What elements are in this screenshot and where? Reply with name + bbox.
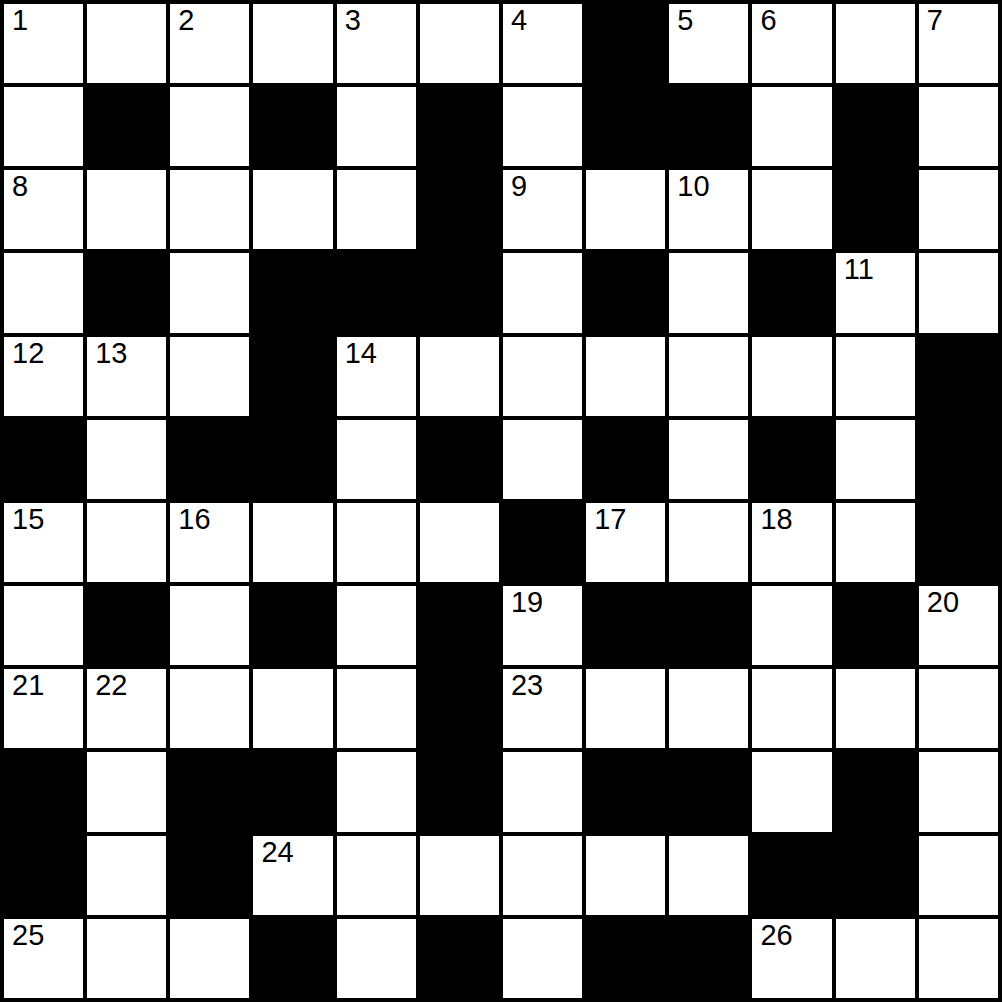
cell-r5-c1[interactable] bbox=[87, 420, 166, 499]
clue-number-26: 26 bbox=[760, 920, 792, 952]
cell-r6-c8[interactable] bbox=[669, 503, 748, 582]
clue-number-6: 6 bbox=[760, 5, 776, 37]
clue-number-14: 14 bbox=[345, 338, 377, 370]
cell-r0-c2[interactable]: 2 bbox=[170, 4, 249, 83]
cell-r7-c4[interactable] bbox=[337, 586, 416, 665]
cell-r8-c9[interactable] bbox=[752, 669, 831, 748]
cell-r4-c9[interactable] bbox=[752, 337, 831, 416]
cell-r3-c11[interactable] bbox=[919, 253, 998, 332]
cell-r9-c0 bbox=[4, 752, 83, 831]
cell-r5-c0 bbox=[4, 420, 83, 499]
cell-r11-c8 bbox=[669, 919, 748, 998]
cell-r6-c0[interactable]: 15 bbox=[4, 503, 83, 582]
cell-r11-c1[interactable] bbox=[87, 919, 166, 998]
cell-r6-c4[interactable] bbox=[337, 503, 416, 582]
cell-r11-c11[interactable] bbox=[919, 919, 998, 998]
cell-r5-c6[interactable] bbox=[503, 420, 582, 499]
cell-r2-c8[interactable]: 10 bbox=[669, 170, 748, 249]
cell-r9-c11[interactable] bbox=[919, 752, 998, 831]
clue-number-21: 21 bbox=[12, 670, 44, 702]
clue-number-10: 10 bbox=[677, 171, 709, 203]
cell-r5-c8[interactable] bbox=[669, 420, 748, 499]
clue-number-4: 4 bbox=[511, 5, 527, 37]
cell-r0-c4[interactable]: 3 bbox=[337, 4, 416, 83]
clue-number-11: 11 bbox=[844, 254, 874, 286]
cell-r7-c8 bbox=[669, 586, 748, 665]
clue-number-17: 17 bbox=[594, 504, 626, 536]
cell-r2-c4[interactable] bbox=[337, 170, 416, 249]
cell-r3-c8[interactable] bbox=[669, 253, 748, 332]
cell-r2-c11[interactable] bbox=[919, 170, 998, 249]
clue-number-1: 1 bbox=[12, 5, 28, 37]
cell-r10-c11[interactable] bbox=[919, 836, 998, 915]
cell-r0-c7 bbox=[586, 4, 665, 83]
cell-r1-c3 bbox=[253, 87, 332, 166]
cell-r0-c1[interactable] bbox=[87, 4, 166, 83]
clue-number-25: 25 bbox=[12, 920, 44, 952]
cell-r6-c9[interactable]: 18 bbox=[752, 503, 831, 582]
cell-r9-c10 bbox=[836, 752, 915, 831]
cell-r8-c6[interactable]: 23 bbox=[503, 669, 582, 748]
cell-r10-c7[interactable] bbox=[586, 836, 665, 915]
cell-r9-c8 bbox=[669, 752, 748, 831]
cell-r1-c6[interactable] bbox=[503, 87, 582, 166]
cell-r11-c9[interactable]: 26 bbox=[752, 919, 831, 998]
cell-r7-c2[interactable] bbox=[170, 586, 249, 665]
cell-r10-c6[interactable] bbox=[503, 836, 582, 915]
cell-r2-c7[interactable] bbox=[586, 170, 665, 249]
clue-number-12: 12 bbox=[12, 338, 44, 370]
cell-r4-c3 bbox=[253, 337, 332, 416]
clue-number-20: 20 bbox=[927, 587, 959, 619]
clue-number-8: 8 bbox=[12, 171, 28, 203]
cell-r7-c0[interactable] bbox=[4, 586, 83, 665]
cell-r1-c9[interactable] bbox=[752, 87, 831, 166]
cell-r5-c3 bbox=[253, 420, 332, 499]
cell-r9-c9[interactable] bbox=[752, 752, 831, 831]
cell-r5-c11 bbox=[919, 420, 998, 499]
cell-r6-c3[interactable] bbox=[253, 503, 332, 582]
cell-r4-c4[interactable]: 14 bbox=[337, 337, 416, 416]
cell-r7-c5 bbox=[420, 586, 499, 665]
cell-r6-c7[interactable]: 17 bbox=[586, 503, 665, 582]
cell-r3-c6[interactable] bbox=[503, 253, 582, 332]
cell-r9-c3 bbox=[253, 752, 332, 831]
cell-r5-c7 bbox=[586, 420, 665, 499]
cell-r3-c0[interactable] bbox=[4, 253, 83, 332]
cell-r8-c4[interactable] bbox=[337, 669, 416, 748]
cell-r7-c7 bbox=[586, 586, 665, 665]
cell-r1-c7 bbox=[586, 87, 665, 166]
cell-r4-c1[interactable]: 13 bbox=[87, 337, 166, 416]
cell-r2-c1[interactable] bbox=[87, 170, 166, 249]
cell-r3-c10[interactable]: 11 bbox=[836, 253, 915, 332]
cell-r10-c1[interactable] bbox=[87, 836, 166, 915]
cell-r4-c11 bbox=[919, 337, 998, 416]
cell-r11-c3 bbox=[253, 919, 332, 998]
cell-r11-c10[interactable] bbox=[836, 919, 915, 998]
cell-r4-c6[interactable] bbox=[503, 337, 582, 416]
cell-r1-c5 bbox=[420, 87, 499, 166]
clue-number-9: 9 bbox=[511, 171, 527, 203]
cell-r8-c0[interactable]: 21 bbox=[4, 669, 83, 748]
cell-r8-c10[interactable] bbox=[836, 669, 915, 748]
cell-r4-c7[interactable] bbox=[586, 337, 665, 416]
cell-r6-c5[interactable] bbox=[420, 503, 499, 582]
cell-r4-c0[interactable]: 12 bbox=[4, 337, 83, 416]
cell-r4-c8[interactable] bbox=[669, 337, 748, 416]
cell-r6-c10[interactable] bbox=[836, 503, 915, 582]
cell-r7-c1 bbox=[87, 586, 166, 665]
cell-r11-c4[interactable] bbox=[337, 919, 416, 998]
cell-r10-c2 bbox=[170, 836, 249, 915]
cell-r1-c1 bbox=[87, 87, 166, 166]
cell-r11-c5 bbox=[420, 919, 499, 998]
cell-r1-c8 bbox=[669, 87, 748, 166]
cell-r0-c5[interactable] bbox=[420, 4, 499, 83]
cell-r6-c11 bbox=[919, 503, 998, 582]
cell-r0-c6[interactable]: 4 bbox=[503, 4, 582, 83]
cell-r9-c6[interactable] bbox=[503, 752, 582, 831]
clue-number-16: 16 bbox=[178, 504, 210, 536]
cell-r1-c2[interactable] bbox=[170, 87, 249, 166]
cell-r3-c5 bbox=[420, 253, 499, 332]
cell-r9-c7 bbox=[586, 752, 665, 831]
cell-r3-c1 bbox=[87, 253, 166, 332]
cell-r5-c10[interactable] bbox=[836, 420, 915, 499]
cell-r5-c5 bbox=[420, 420, 499, 499]
cell-r6-c1[interactable] bbox=[87, 503, 166, 582]
cell-r8-c3[interactable] bbox=[253, 669, 332, 748]
cell-r9-c1[interactable] bbox=[87, 752, 166, 831]
cell-r3-c7 bbox=[586, 253, 665, 332]
cell-r0-c3[interactable] bbox=[253, 4, 332, 83]
cell-r9-c2 bbox=[170, 752, 249, 831]
clue-number-24: 24 bbox=[261, 837, 293, 869]
clue-number-19: 19 bbox=[511, 587, 543, 619]
cell-r1-c10 bbox=[836, 87, 915, 166]
cell-r1-c4[interactable] bbox=[337, 87, 416, 166]
cell-r0-c9[interactable]: 6 bbox=[752, 4, 831, 83]
cell-r0-c10[interactable] bbox=[836, 4, 915, 83]
cell-r0-c0[interactable]: 1 bbox=[4, 4, 83, 83]
cell-r10-c5[interactable] bbox=[420, 836, 499, 915]
cell-r8-c2[interactable] bbox=[170, 669, 249, 748]
cell-r10-c9 bbox=[752, 836, 831, 915]
cell-r11-c0[interactable]: 25 bbox=[4, 919, 83, 998]
cell-r3-c3 bbox=[253, 253, 332, 332]
cell-r1-c11[interactable] bbox=[919, 87, 998, 166]
cell-r4-c10[interactable] bbox=[836, 337, 915, 416]
cell-r11-c2[interactable] bbox=[170, 919, 249, 998]
cell-r11-c6[interactable] bbox=[503, 919, 582, 998]
cell-r9-c4[interactable] bbox=[337, 752, 416, 831]
cell-r6-c6 bbox=[503, 503, 582, 582]
clue-number-7: 7 bbox=[927, 5, 943, 37]
cell-r2-c5 bbox=[420, 170, 499, 249]
cell-r3-c9 bbox=[752, 253, 831, 332]
clue-number-23: 23 bbox=[511, 670, 543, 702]
clue-number-15: 15 bbox=[12, 504, 44, 536]
cell-r2-c9[interactable] bbox=[752, 170, 831, 249]
cell-r0-c8[interactable]: 5 bbox=[669, 4, 748, 83]
cell-r8-c5 bbox=[420, 669, 499, 748]
cell-r8-c11[interactable] bbox=[919, 669, 998, 748]
cell-r3-c4 bbox=[337, 253, 416, 332]
cell-r10-c3[interactable]: 24 bbox=[253, 836, 332, 915]
cell-r8-c1[interactable]: 22 bbox=[87, 669, 166, 748]
cell-r8-c7[interactable] bbox=[586, 669, 665, 748]
cell-r5-c2 bbox=[170, 420, 249, 499]
cell-r4-c5[interactable] bbox=[420, 337, 499, 416]
cell-r8-c8[interactable] bbox=[669, 669, 748, 748]
cell-r10-c0 bbox=[4, 836, 83, 915]
clue-number-3: 3 bbox=[345, 5, 361, 37]
crossword-grid: 1234567891011121314151617181920212223242… bbox=[0, 0, 1002, 1002]
clue-number-18: 18 bbox=[760, 504, 792, 536]
cell-r5-c4[interactable] bbox=[337, 420, 416, 499]
cell-r0-c11[interactable]: 7 bbox=[919, 4, 998, 83]
cell-r10-c8[interactable] bbox=[669, 836, 748, 915]
cell-r4-c2[interactable] bbox=[170, 337, 249, 416]
cell-r2-c6[interactable]: 9 bbox=[503, 170, 582, 249]
cell-r7-c3 bbox=[253, 586, 332, 665]
cell-r2-c2[interactable] bbox=[170, 170, 249, 249]
clue-number-22: 22 bbox=[95, 670, 127, 702]
cell-r7-c10 bbox=[836, 586, 915, 665]
cell-r7-c11[interactable]: 20 bbox=[919, 586, 998, 665]
cell-r2-c0[interactable]: 8 bbox=[4, 170, 83, 249]
cell-r9-c5 bbox=[420, 752, 499, 831]
cell-r7-c9[interactable] bbox=[752, 586, 831, 665]
cell-r2-c3[interactable] bbox=[253, 170, 332, 249]
cell-r11-c7 bbox=[586, 919, 665, 998]
cell-r10-c4[interactable] bbox=[337, 836, 416, 915]
cell-r3-c2[interactable] bbox=[170, 253, 249, 332]
cell-r10-c10 bbox=[836, 836, 915, 915]
clue-number-13: 13 bbox=[95, 338, 127, 370]
cell-r5-c9 bbox=[752, 420, 831, 499]
cell-r2-c10 bbox=[836, 170, 915, 249]
cell-r6-c2[interactable]: 16 bbox=[170, 503, 249, 582]
cell-r7-c6[interactable]: 19 bbox=[503, 586, 582, 665]
clue-number-2: 2 bbox=[178, 5, 194, 37]
clue-number-5: 5 bbox=[677, 5, 693, 37]
cell-r1-c0[interactable] bbox=[4, 87, 83, 166]
